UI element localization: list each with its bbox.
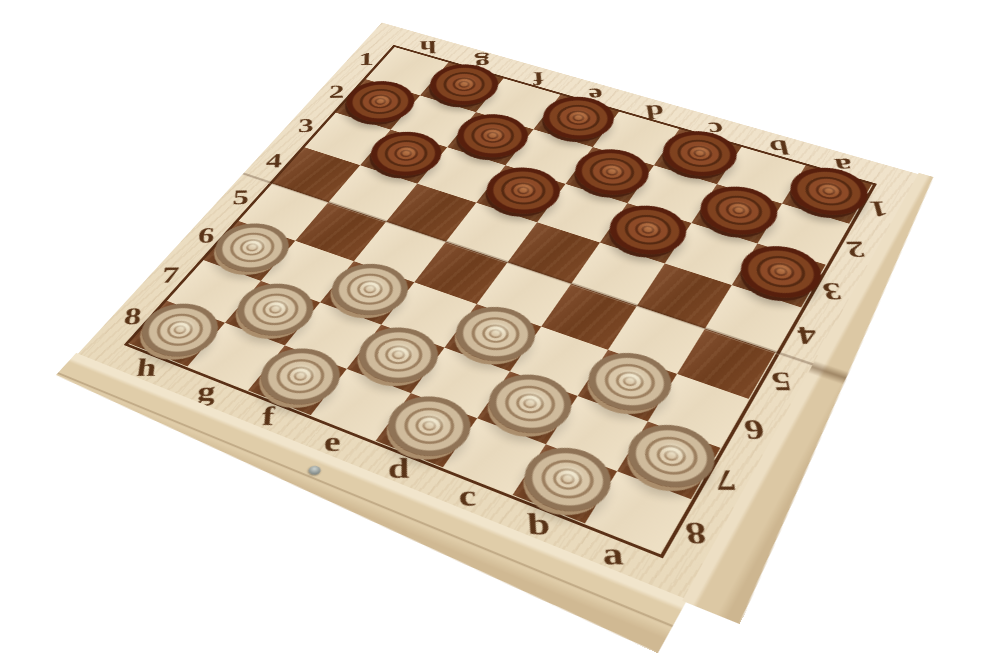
light-checker[interactable] bbox=[345, 318, 452, 393]
light-checker[interactable] bbox=[575, 343, 684, 421]
dark-checker[interactable] bbox=[418, 58, 509, 112]
pieces-layer bbox=[77, 23, 919, 600]
board-3d-wrap: 12345678 hgfedcba 12345678 hgfedcba bbox=[77, 23, 919, 600]
dark-checker[interactable] bbox=[780, 160, 878, 224]
light-checker[interactable] bbox=[223, 275, 327, 345]
light-checker[interactable] bbox=[475, 365, 585, 444]
dark-checker[interactable] bbox=[689, 179, 788, 244]
dark-checker[interactable] bbox=[729, 237, 831, 307]
light-checker[interactable] bbox=[202, 215, 302, 280]
clasp-screw bbox=[307, 464, 323, 476]
dark-checker[interactable] bbox=[445, 107, 539, 165]
light-checker[interactable] bbox=[510, 437, 624, 523]
dark-checker[interactable] bbox=[652, 124, 748, 184]
checkers-board: 12345678 hgfedcba 12345678 hgfedcba bbox=[77, 23, 919, 600]
light-checker[interactable] bbox=[127, 295, 232, 367]
dark-checker[interactable] bbox=[474, 160, 571, 222]
light-checker[interactable] bbox=[443, 298, 549, 371]
light-checker[interactable] bbox=[246, 339, 354, 415]
light-checker[interactable] bbox=[374, 386, 485, 467]
dark-checker[interactable] bbox=[334, 74, 426, 129]
light-checker[interactable] bbox=[615, 414, 728, 499]
dark-checker[interactable] bbox=[598, 197, 698, 263]
dark-checker[interactable] bbox=[532, 90, 625, 147]
light-checker[interactable] bbox=[318, 255, 421, 324]
dark-checker[interactable] bbox=[358, 124, 453, 183]
dark-checker[interactable] bbox=[564, 142, 661, 203]
studio-scene: 12345678 hgfedcba 12345678 hgfedcba bbox=[0, 0, 1000, 664]
